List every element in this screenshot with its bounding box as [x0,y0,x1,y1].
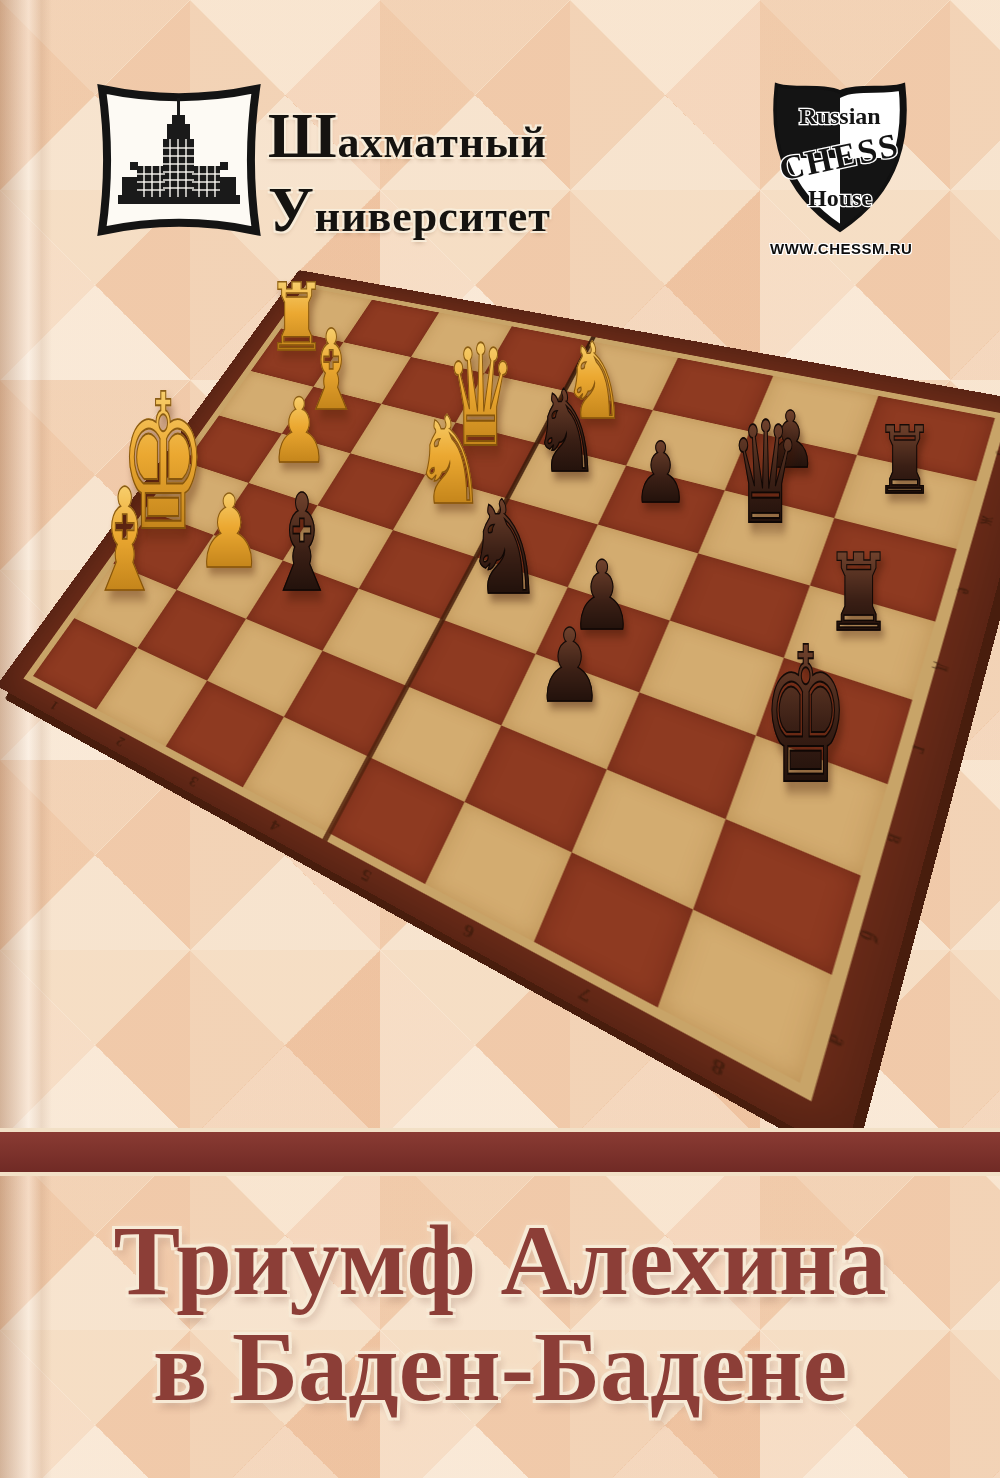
title-line1: Триумф Алехина [0,1208,1000,1314]
chess-board: 12345678абвгдежз [0,270,1000,1156]
book-title: Триумф Алехина в Баден-Бадене [0,1208,1000,1420]
rank-label-4: 4 [266,815,283,835]
publisher-logo: Russian CHESS House WWW.CHESSM.RU [770,82,910,258]
rank-label-8: 8 [707,1051,727,1081]
rank-label-6: 6 [459,918,477,942]
book-cover: Шахматный Университет Russian CHESS Hous… [0,0,1000,1478]
series-name-line1: Шахматный [268,100,551,174]
rank-label-1: 1 [47,697,62,713]
file-label-ж: ж [973,513,1000,528]
university-building-icon [92,82,266,238]
rank-label-5: 5 [357,864,374,886]
divider-band [0,1128,1000,1176]
file-label-а: а [821,1028,857,1054]
shield-word-house: House [808,185,872,211]
publisher-website: WWW.CHESSM.RU [770,240,910,257]
rank-label-2: 2 [113,732,128,749]
series-name-line2: Университет [268,174,551,248]
shield-word-russian: Russian [799,103,880,129]
rank-label-3: 3 [185,772,201,791]
chess-house-shield-icon: Russian CHESS House [770,82,910,234]
file-label-в: в [880,829,913,850]
title-line2: в Баден-Бадене [0,1314,1000,1420]
series-name: Шахматный Университет [268,100,551,247]
rank-label-7: 7 [575,980,594,1007]
